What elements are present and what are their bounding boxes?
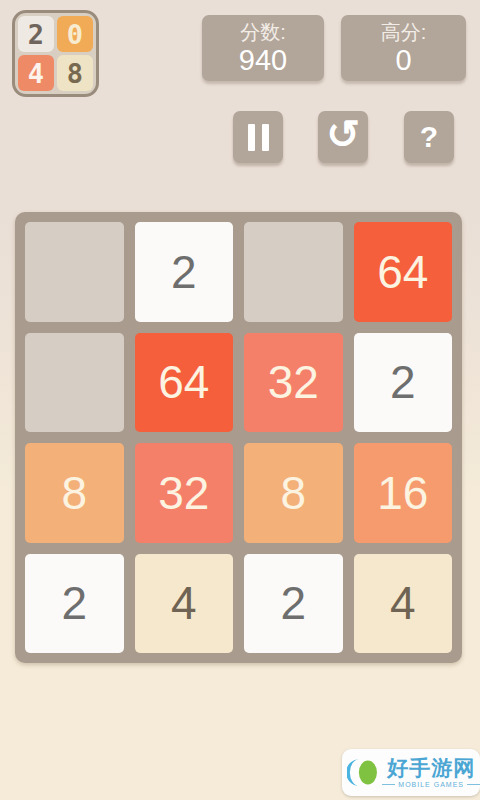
logo-cell-0: 0 bbox=[57, 16, 93, 52]
restart-icon: ↺ bbox=[326, 114, 360, 154]
dash-line bbox=[382, 784, 395, 785]
tile-8: 8 bbox=[244, 443, 343, 543]
best-score-label: 高分: bbox=[381, 20, 427, 45]
help-icon: ? bbox=[420, 122, 438, 152]
watermark-title: 好手游网 bbox=[387, 757, 475, 779]
tile-64: 64 bbox=[135, 333, 234, 433]
empty-cell bbox=[244, 222, 343, 322]
logo-2048: 2 0 4 8 bbox=[12, 10, 99, 97]
tile-2: 2 bbox=[25, 554, 124, 654]
restart-button[interactable]: ↺ bbox=[318, 111, 368, 163]
watermark-text: 好手游网 MOBILE GAMES bbox=[382, 757, 480, 787]
score-label: 分数: bbox=[240, 20, 286, 45]
board-grid[interactable]: 264643228328162424 bbox=[15, 212, 462, 663]
tile-32: 32 bbox=[135, 443, 234, 543]
logo-cell-2: 2 bbox=[18, 16, 54, 52]
pause-button[interactable] bbox=[233, 111, 283, 163]
game-screen: 2 0 4 8 分数: 940 高分: 0 ↺ ? 26464322832816… bbox=[0, 0, 480, 800]
tile-16: 16 bbox=[354, 443, 453, 543]
empty-cell bbox=[25, 333, 124, 433]
empty-cell bbox=[25, 222, 124, 322]
help-button[interactable]: ? bbox=[404, 111, 454, 163]
pause-icon bbox=[248, 124, 269, 151]
tile-2: 2 bbox=[354, 333, 453, 433]
score-box: 分数: 940 bbox=[202, 15, 324, 81]
best-score-box: 高分: 0 bbox=[341, 15, 466, 81]
best-score-value: 0 bbox=[395, 45, 411, 77]
tile-2: 2 bbox=[135, 222, 234, 322]
tile-2: 2 bbox=[244, 554, 343, 654]
score-value: 940 bbox=[239, 45, 287, 77]
watermark-subtitle: MOBILE GAMES bbox=[382, 781, 480, 788]
tile-64: 64 bbox=[354, 222, 453, 322]
watermark-haoshouyou[interactable]: 好手游网 MOBILE GAMES bbox=[342, 749, 480, 796]
tile-32: 32 bbox=[244, 333, 343, 433]
dash-line bbox=[467, 784, 480, 785]
logo-cell-4: 4 bbox=[18, 55, 54, 91]
watermark-logo-icon bbox=[347, 756, 379, 789]
tile-4: 4 bbox=[135, 554, 234, 654]
tile-4: 4 bbox=[354, 554, 453, 654]
logo-cell-8: 8 bbox=[57, 55, 93, 91]
tile-8: 8 bbox=[25, 443, 124, 543]
